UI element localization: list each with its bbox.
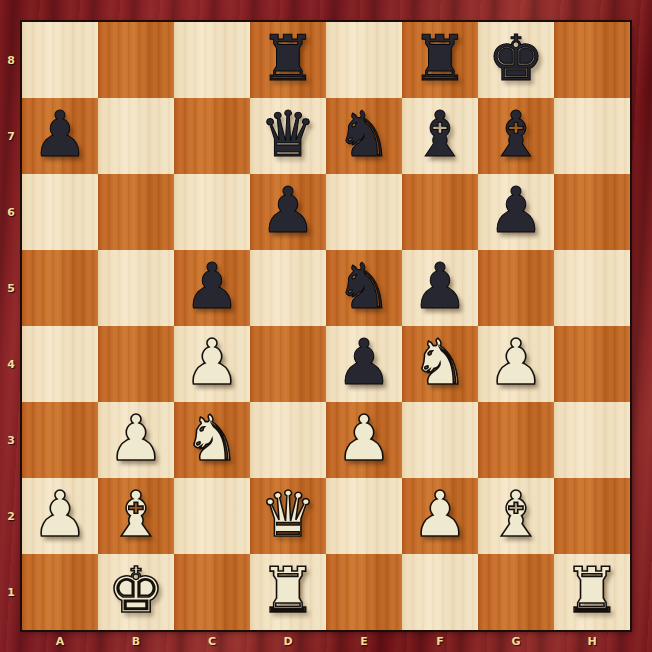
file-label-f: F: [402, 630, 478, 652]
square-f4[interactable]: ♞: [402, 326, 478, 402]
piece-white-rook[interactable]: ♜: [564, 559, 620, 622]
square-f7[interactable]: ♝: [402, 98, 478, 174]
file-label-b: B: [98, 630, 174, 652]
rank-label-5: 5: [0, 250, 22, 326]
square-f3[interactable]: [402, 402, 478, 478]
square-h1[interactable]: ♜: [554, 554, 630, 630]
piece-white-knight[interactable]: ♞: [412, 331, 468, 394]
square-f2[interactable]: ♟: [402, 478, 478, 554]
piece-black-knight[interactable]: ♞: [336, 255, 392, 318]
square-g1[interactable]: [478, 554, 554, 630]
piece-white-bishop[interactable]: ♝: [488, 483, 544, 546]
piece-black-knight[interactable]: ♞: [336, 103, 392, 166]
piece-black-pawn[interactable]: ♟: [336, 331, 392, 394]
square-g8[interactable]: ♚: [478, 22, 554, 98]
square-c1[interactable]: [174, 554, 250, 630]
square-f8[interactable]: ♜: [402, 22, 478, 98]
rank-label-8: 8: [0, 22, 22, 98]
file-label-d: D: [250, 630, 326, 652]
rank-label-1: 1: [0, 554, 22, 630]
square-d2[interactable]: ♛: [250, 478, 326, 554]
square-d8[interactable]: ♜: [250, 22, 326, 98]
piece-white-pawn[interactable]: ♟: [184, 331, 240, 394]
piece-black-rook[interactable]: ♜: [412, 27, 468, 90]
square-h5[interactable]: [554, 250, 630, 326]
piece-black-bishop[interactable]: ♝: [412, 103, 468, 166]
file-label-e: E: [326, 630, 402, 652]
square-a7[interactable]: ♟: [22, 98, 98, 174]
piece-black-pawn[interactable]: ♟: [412, 255, 468, 318]
rank-label-2: 2: [0, 478, 22, 554]
piece-white-pawn[interactable]: ♟: [32, 483, 88, 546]
square-e3[interactable]: ♟: [326, 402, 402, 478]
square-c2[interactable]: [174, 478, 250, 554]
file-label-h: H: [554, 630, 630, 652]
square-b3[interactable]: ♟: [98, 402, 174, 478]
rank-label-6: 6: [0, 174, 22, 250]
piece-white-queen[interactable]: ♛: [260, 483, 316, 546]
square-f5[interactable]: ♟: [402, 250, 478, 326]
square-d7[interactable]: ♛: [250, 98, 326, 174]
piece-white-knight[interactable]: ♞: [184, 407, 240, 470]
square-a8[interactable]: [22, 22, 98, 98]
piece-black-pawn[interactable]: ♟: [32, 103, 88, 166]
piece-black-pawn[interactable]: ♟: [488, 179, 544, 242]
piece-white-pawn[interactable]: ♟: [336, 407, 392, 470]
square-e6[interactable]: [326, 174, 402, 250]
square-d3[interactable]: [250, 402, 326, 478]
file-label-c: C: [174, 630, 250, 652]
square-b6[interactable]: [98, 174, 174, 250]
square-b4[interactable]: [98, 326, 174, 402]
piece-black-bishop[interactable]: ♝: [488, 103, 544, 166]
square-d1[interactable]: ♜: [250, 554, 326, 630]
square-e5[interactable]: ♞: [326, 250, 402, 326]
rank-label-3: 3: [0, 402, 22, 478]
square-e7[interactable]: ♞: [326, 98, 402, 174]
square-e8[interactable]: [326, 22, 402, 98]
square-h7[interactable]: [554, 98, 630, 174]
square-e1[interactable]: [326, 554, 402, 630]
piece-black-queen[interactable]: ♛: [260, 103, 316, 166]
piece-black-pawn[interactable]: ♟: [184, 255, 240, 318]
square-f6[interactable]: [402, 174, 478, 250]
square-g3[interactable]: [478, 402, 554, 478]
file-label-g: G: [478, 630, 554, 652]
square-g4[interactable]: ♟: [478, 326, 554, 402]
piece-white-pawn[interactable]: ♟: [488, 331, 544, 394]
square-g7[interactable]: ♝: [478, 98, 554, 174]
square-h4[interactable]: [554, 326, 630, 402]
piece-black-pawn[interactable]: ♟: [260, 179, 316, 242]
square-g5[interactable]: [478, 250, 554, 326]
square-a6[interactable]: [22, 174, 98, 250]
piece-white-bishop[interactable]: ♝: [108, 483, 164, 546]
square-d4[interactable]: [250, 326, 326, 402]
square-a4[interactable]: [22, 326, 98, 402]
square-h2[interactable]: [554, 478, 630, 554]
chess-board: ♜♜♚♟♛♞♝♝♟♟♟♞♟♟♟♞♟♟♞♟♟♝♛♟♝♚♜♜: [22, 22, 630, 630]
square-g2[interactable]: ♝: [478, 478, 554, 554]
square-a1[interactable]: [22, 554, 98, 630]
square-b5[interactable]: [98, 250, 174, 326]
square-h6[interactable]: [554, 174, 630, 250]
piece-white-pawn[interactable]: ♟: [108, 407, 164, 470]
chess-app-window: ♜♜♚♟♛♞♝♝♟♟♟♞♟♟♟♞♟♟♞♟♟♝♛♟♝♚♜♜ 87654321ABC…: [0, 0, 652, 652]
square-h3[interactable]: [554, 402, 630, 478]
square-a5[interactable]: [22, 250, 98, 326]
square-c8[interactable]: [174, 22, 250, 98]
square-h8[interactable]: [554, 22, 630, 98]
piece-black-rook[interactable]: ♜: [260, 27, 316, 90]
square-g6[interactable]: ♟: [478, 174, 554, 250]
square-c3[interactable]: ♞: [174, 402, 250, 478]
square-c7[interactable]: [174, 98, 250, 174]
piece-black-king[interactable]: ♚: [488, 27, 544, 90]
square-f1[interactable]: [402, 554, 478, 630]
rank-label-4: 4: [0, 326, 22, 402]
square-e2[interactable]: [326, 478, 402, 554]
square-a2[interactable]: ♟: [22, 478, 98, 554]
square-c4[interactable]: ♟: [174, 326, 250, 402]
square-a3[interactable]: [22, 402, 98, 478]
square-e4[interactable]: ♟: [326, 326, 402, 402]
file-label-a: A: [22, 630, 98, 652]
piece-white-king[interactable]: ♚: [108, 559, 164, 622]
rank-label-7: 7: [0, 98, 22, 174]
square-b1[interactable]: ♚: [98, 554, 174, 630]
square-b7[interactable]: [98, 98, 174, 174]
square-c6[interactable]: [174, 174, 250, 250]
square-d5[interactable]: [250, 250, 326, 326]
piece-white-pawn[interactable]: ♟: [412, 483, 468, 546]
square-b8[interactable]: [98, 22, 174, 98]
square-b2[interactable]: ♝: [98, 478, 174, 554]
piece-white-rook[interactable]: ♜: [260, 559, 316, 622]
square-d6[interactable]: ♟: [250, 174, 326, 250]
square-c5[interactable]: ♟: [174, 250, 250, 326]
